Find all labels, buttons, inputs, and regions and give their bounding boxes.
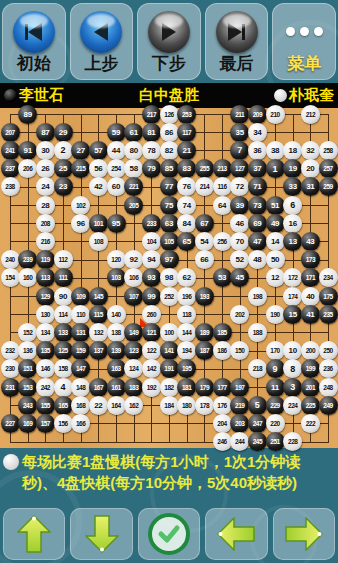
white-stone-126: 126 bbox=[160, 105, 179, 124]
white-stone-166: 166 bbox=[71, 414, 90, 433]
black-stone-105: 105 bbox=[160, 232, 179, 251]
white-stone-2: 2 bbox=[54, 141, 73, 160]
black-stone-33: 33 bbox=[283, 177, 302, 196]
black-stone-225: 225 bbox=[301, 396, 320, 415]
white-stone-168: 168 bbox=[71, 396, 90, 415]
white-stone-24: 24 bbox=[36, 177, 55, 196]
white-stone-18: 18 bbox=[283, 141, 302, 160]
variation-up-button[interactable] bbox=[3, 508, 65, 560]
white-stone-180: 180 bbox=[177, 396, 196, 415]
black-stone-149: 149 bbox=[124, 323, 143, 342]
white-stone-222: 222 bbox=[301, 414, 320, 433]
black-stone-175: 175 bbox=[319, 287, 338, 306]
white-stone-174: 174 bbox=[283, 287, 302, 306]
white-stone-22: 22 bbox=[89, 396, 108, 415]
go-board: 8921712625321120921021220787295961818611… bbox=[0, 108, 338, 448]
white-stone-20: 20 bbox=[301, 159, 320, 178]
white-stone-4: 4 bbox=[54, 378, 73, 397]
black-stone-231: 231 bbox=[1, 378, 20, 397]
white-stone-52: 52 bbox=[230, 250, 249, 269]
white-stone-64: 64 bbox=[213, 196, 232, 215]
next-move-label: 下步 bbox=[152, 55, 186, 73]
black-stone-237: 237 bbox=[1, 159, 20, 178]
black-stone-241: 241 bbox=[1, 141, 20, 160]
white-stone-12: 12 bbox=[266, 268, 285, 287]
arrow-left-icon bbox=[217, 517, 255, 551]
white-stone-118: 118 bbox=[177, 305, 196, 324]
white-stone-256: 256 bbox=[213, 232, 232, 251]
white-stone-182: 182 bbox=[160, 378, 179, 397]
go-to-start-label: 初始 bbox=[17, 55, 51, 73]
white-stone-92: 92 bbox=[124, 250, 143, 269]
black-stone-13: 13 bbox=[283, 232, 302, 251]
black-stone-187: 187 bbox=[195, 341, 214, 360]
step-right-button[interactable] bbox=[273, 508, 335, 560]
white-stone-140: 140 bbox=[107, 305, 126, 324]
black-stone-41: 41 bbox=[301, 305, 320, 324]
black-stone-185: 185 bbox=[213, 323, 232, 342]
black-stone-169: 169 bbox=[18, 414, 37, 433]
white-stone-84: 84 bbox=[177, 214, 196, 233]
black-stone-129: 129 bbox=[36, 287, 55, 306]
skip-forward-icon bbox=[216, 11, 258, 53]
white-stone-96: 96 bbox=[71, 214, 90, 233]
game-result: 白中盘胜 bbox=[139, 86, 199, 105]
white-stone-238: 238 bbox=[1, 177, 20, 196]
white-stone-202: 202 bbox=[230, 305, 249, 324]
white-stone-112: 112 bbox=[54, 250, 73, 269]
white-stone-34: 34 bbox=[248, 123, 267, 142]
white-player-name: 朴珉奎 bbox=[289, 86, 334, 105]
white-stone-152: 152 bbox=[18, 323, 37, 342]
white-stone-58: 58 bbox=[124, 159, 143, 178]
white-stone-icon bbox=[274, 89, 287, 102]
black-stone-199: 199 bbox=[301, 359, 320, 378]
white-stone-156: 156 bbox=[54, 414, 73, 433]
white-stone-80: 80 bbox=[124, 141, 143, 160]
black-stone-117: 117 bbox=[177, 123, 196, 142]
black-stone-191: 191 bbox=[160, 359, 179, 378]
black-stone-95: 95 bbox=[107, 214, 126, 233]
white-stone-36: 36 bbox=[248, 141, 267, 160]
black-stone-121: 121 bbox=[142, 323, 161, 342]
black-stone-177: 177 bbox=[213, 378, 232, 397]
white-stone-74: 74 bbox=[177, 196, 196, 215]
black-stone-209: 209 bbox=[248, 105, 267, 124]
black-stone-147: 147 bbox=[71, 359, 90, 378]
black-stone-229: 229 bbox=[266, 396, 285, 415]
black-stone-173: 173 bbox=[301, 250, 320, 269]
black-stone-159: 159 bbox=[71, 341, 90, 360]
variation-down-button[interactable] bbox=[70, 508, 132, 560]
black-stone-83: 83 bbox=[177, 159, 196, 178]
black-stone-211: 211 bbox=[230, 105, 249, 124]
white-stone-102: 102 bbox=[71, 196, 90, 215]
black-stone-259: 259 bbox=[319, 177, 338, 196]
black-stone-249: 249 bbox=[319, 396, 338, 415]
menu-dots-icon bbox=[286, 11, 323, 53]
white-stone-214: 214 bbox=[195, 177, 214, 196]
white-stone-188: 188 bbox=[248, 323, 267, 342]
white-stone-260: 260 bbox=[142, 305, 161, 324]
black-stone-77: 77 bbox=[160, 177, 179, 196]
white-stone-146: 146 bbox=[36, 359, 55, 378]
black-stone-63: 63 bbox=[160, 214, 179, 233]
previous-move-label: 上步 bbox=[84, 55, 118, 73]
white-stone-172: 172 bbox=[283, 268, 302, 287]
black-stone-161: 161 bbox=[107, 378, 126, 397]
black-stone-85: 85 bbox=[160, 159, 179, 178]
white-stone-232: 232 bbox=[1, 341, 20, 360]
black-stone-21: 21 bbox=[177, 141, 196, 160]
black-stone-255: 255 bbox=[195, 159, 214, 178]
white-player: 朴珉奎 bbox=[274, 86, 334, 105]
black-stone-139: 139 bbox=[107, 341, 126, 360]
black-stone-111: 111 bbox=[54, 268, 73, 287]
white-stone-210: 210 bbox=[266, 105, 285, 124]
black-stone-19: 19 bbox=[283, 159, 302, 178]
navigation-toolbar bbox=[0, 505, 338, 563]
black-stone-5: 5 bbox=[248, 396, 267, 415]
black-stone-189: 189 bbox=[195, 323, 214, 342]
black-stone-45: 45 bbox=[230, 268, 249, 287]
previous-move-button[interactable]: 上步 bbox=[70, 3, 134, 80]
white-stone-138: 138 bbox=[107, 323, 126, 342]
black-stone-3: 3 bbox=[283, 378, 302, 397]
white-stone-242: 242 bbox=[36, 378, 55, 397]
black-stone-9: 9 bbox=[266, 359, 285, 378]
white-stone-132: 132 bbox=[89, 323, 108, 342]
white-stone-bullet-icon bbox=[3, 454, 19, 470]
black-stone-47: 47 bbox=[248, 232, 267, 251]
black-stone-207: 207 bbox=[1, 123, 20, 142]
arrow-right-icon bbox=[285, 517, 323, 551]
black-stone-145: 145 bbox=[89, 287, 108, 306]
white-stone-108: 108 bbox=[89, 232, 108, 251]
white-stone-178: 178 bbox=[195, 396, 214, 415]
black-stone-239: 239 bbox=[18, 250, 37, 269]
white-stone-162: 162 bbox=[124, 396, 143, 415]
white-stone-104: 104 bbox=[142, 232, 161, 251]
go-game-viewer: 初始 上步 下步 最后 菜单 bbox=[0, 0, 338, 563]
step-left-button[interactable] bbox=[205, 508, 267, 560]
white-stone-224: 224 bbox=[283, 396, 302, 415]
black-stone-135: 135 bbox=[36, 341, 55, 360]
black-stone-67: 67 bbox=[195, 214, 214, 233]
black-stone-197: 197 bbox=[230, 378, 249, 397]
white-stone-190: 190 bbox=[266, 305, 285, 324]
black-stone-23: 23 bbox=[54, 177, 73, 196]
black-stone-233: 233 bbox=[142, 214, 161, 233]
white-stone-98: 98 bbox=[160, 268, 179, 287]
black-stone-103: 103 bbox=[107, 268, 126, 287]
menu-button[interactable]: 菜单 bbox=[272, 3, 336, 80]
white-stone-76: 76 bbox=[177, 177, 196, 196]
black-stone-155: 155 bbox=[36, 396, 55, 415]
black-stone-27: 27 bbox=[71, 141, 90, 160]
black-stone-25: 25 bbox=[54, 159, 73, 178]
black-stone-79: 79 bbox=[142, 159, 161, 178]
white-stone-240: 240 bbox=[1, 250, 20, 269]
black-stone-195: 195 bbox=[177, 359, 196, 378]
white-stone-134: 134 bbox=[36, 323, 55, 342]
black-stone-193: 193 bbox=[195, 287, 214, 306]
white-stone-170: 170 bbox=[266, 341, 285, 360]
white-stone-48: 48 bbox=[248, 250, 267, 269]
black-stone-51: 51 bbox=[266, 196, 285, 215]
black-stone-219: 219 bbox=[230, 396, 249, 415]
white-stone-30: 30 bbox=[36, 141, 55, 160]
white-stone-6: 6 bbox=[283, 196, 302, 215]
black-stone-37: 37 bbox=[248, 159, 267, 178]
white-stone-136: 136 bbox=[18, 341, 37, 360]
black-player: 李世石 bbox=[4, 86, 64, 105]
white-stone-142: 142 bbox=[142, 359, 161, 378]
step-back-icon bbox=[80, 11, 122, 53]
black-stone-203: 203 bbox=[230, 414, 249, 433]
white-stone-46: 46 bbox=[230, 214, 249, 233]
white-stone-236: 236 bbox=[319, 359, 338, 378]
black-stone-65: 65 bbox=[177, 232, 196, 251]
skip-back-icon bbox=[13, 11, 55, 53]
white-stone-26: 26 bbox=[36, 159, 55, 178]
white-stone-218: 218 bbox=[248, 359, 267, 378]
black-stone-29: 29 bbox=[54, 123, 73, 142]
black-stone-35: 35 bbox=[230, 123, 249, 142]
black-stone-57: 57 bbox=[89, 141, 108, 160]
black-stone-157: 157 bbox=[36, 414, 55, 433]
black-stone-73: 73 bbox=[248, 196, 267, 215]
playback-toolbar: 初始 上步 下步 最后 菜单 bbox=[0, 0, 338, 83]
go-to-end-button[interactable]: 最后 bbox=[205, 3, 269, 80]
black-stone-235: 235 bbox=[319, 305, 338, 324]
white-stone-70: 70 bbox=[230, 232, 249, 251]
white-stone-90: 90 bbox=[54, 287, 73, 306]
confirm-check-icon bbox=[148, 513, 190, 555]
white-stone-28: 28 bbox=[36, 196, 55, 215]
black-stone-217: 217 bbox=[142, 105, 161, 124]
arrow-down-icon bbox=[85, 515, 119, 553]
black-stone-53: 53 bbox=[213, 268, 232, 287]
black-stone-243: 243 bbox=[18, 396, 37, 415]
white-stone-198: 198 bbox=[248, 287, 267, 306]
black-stone-247: 247 bbox=[248, 414, 267, 433]
step-forward-icon bbox=[148, 11, 190, 53]
confirm-button[interactable] bbox=[138, 508, 200, 560]
white-stone-114: 114 bbox=[54, 305, 73, 324]
white-stone-204: 204 bbox=[213, 414, 232, 433]
black-stone-115: 115 bbox=[89, 305, 108, 324]
white-stone-254: 254 bbox=[107, 159, 126, 178]
black-stone-109: 109 bbox=[71, 287, 90, 306]
black-stone-253: 253 bbox=[177, 105, 196, 124]
white-stone-196: 196 bbox=[177, 287, 196, 306]
white-stone-186: 186 bbox=[213, 341, 232, 360]
white-stone-50: 50 bbox=[266, 250, 285, 269]
white-stone-14: 14 bbox=[266, 232, 285, 251]
black-stone-91: 91 bbox=[18, 141, 37, 160]
go-to-end-label: 最后 bbox=[220, 55, 254, 73]
white-stone-252: 252 bbox=[160, 287, 179, 306]
white-stone-220: 220 bbox=[266, 414, 285, 433]
black-stone-31: 31 bbox=[301, 177, 320, 196]
white-stone-106: 106 bbox=[124, 268, 143, 287]
black-stone-227: 227 bbox=[1, 414, 20, 433]
white-stone-192: 192 bbox=[142, 378, 161, 397]
black-player-name: 李世石 bbox=[19, 86, 64, 105]
white-stone-184: 184 bbox=[160, 396, 179, 415]
white-stone-122: 122 bbox=[142, 341, 161, 360]
black-stone-123: 123 bbox=[124, 341, 143, 360]
black-stone-171: 171 bbox=[301, 268, 320, 287]
black-stone-1: 1 bbox=[266, 159, 285, 178]
white-stone-40: 40 bbox=[301, 287, 320, 306]
black-stone-151: 151 bbox=[18, 359, 37, 378]
black-stone-213: 213 bbox=[213, 159, 232, 178]
white-stone-56: 56 bbox=[89, 159, 108, 178]
white-stone-160: 160 bbox=[18, 268, 37, 287]
black-stone-113: 113 bbox=[36, 268, 55, 287]
white-stone-216: 216 bbox=[36, 232, 55, 251]
white-stone-110: 110 bbox=[71, 305, 90, 324]
black-stone-167: 167 bbox=[89, 378, 108, 397]
white-stone-206: 206 bbox=[18, 159, 37, 178]
black-stone-99: 99 bbox=[142, 287, 161, 306]
white-stone-250: 250 bbox=[319, 341, 338, 360]
black-stone-127: 127 bbox=[230, 159, 249, 178]
white-stone-124: 124 bbox=[124, 359, 143, 378]
black-stone-163: 163 bbox=[107, 359, 126, 378]
white-stone-144: 144 bbox=[177, 323, 196, 342]
black-stone-49: 49 bbox=[266, 214, 285, 233]
white-stone-60: 60 bbox=[107, 177, 126, 196]
black-stone-133: 133 bbox=[54, 323, 73, 342]
white-stone-8: 8 bbox=[283, 359, 302, 378]
black-stone-119: 119 bbox=[36, 250, 55, 269]
white-stone-150: 150 bbox=[230, 341, 249, 360]
black-stone-39: 39 bbox=[230, 196, 249, 215]
arrow-up-icon bbox=[17, 515, 51, 553]
next-move-button[interactable]: 下步 bbox=[137, 3, 201, 80]
black-stone-81: 81 bbox=[142, 123, 161, 142]
black-stone-183: 183 bbox=[124, 378, 143, 397]
white-stone-234: 234 bbox=[319, 268, 338, 287]
white-stone-82: 82 bbox=[160, 141, 179, 160]
white-stone-54: 54 bbox=[195, 232, 214, 251]
white-stone-72: 72 bbox=[230, 177, 249, 196]
white-stone-120: 120 bbox=[107, 250, 126, 269]
black-stone-125: 125 bbox=[54, 341, 73, 360]
white-stone-10: 10 bbox=[283, 341, 302, 360]
white-stone-194: 194 bbox=[177, 341, 196, 360]
black-stone-97: 97 bbox=[160, 250, 179, 269]
white-stone-148: 148 bbox=[71, 378, 90, 397]
black-stone-141: 141 bbox=[160, 341, 179, 360]
black-stone-257: 257 bbox=[319, 159, 338, 178]
white-stone-100: 100 bbox=[160, 323, 179, 342]
black-stone-131: 131 bbox=[71, 323, 90, 342]
white-stone-66: 66 bbox=[195, 250, 214, 269]
black-stone-93: 93 bbox=[142, 268, 161, 287]
white-stone-200: 200 bbox=[301, 341, 320, 360]
black-stone-59: 59 bbox=[107, 123, 126, 142]
white-stone-78: 78 bbox=[142, 141, 161, 160]
white-stone-212: 212 bbox=[301, 105, 320, 124]
white-stone-94: 94 bbox=[142, 250, 161, 269]
black-stone-205: 205 bbox=[124, 196, 143, 215]
black-stone-181: 181 bbox=[177, 378, 196, 397]
white-stone-164: 164 bbox=[107, 396, 126, 415]
black-stone-7: 7 bbox=[230, 141, 249, 160]
black-stone-11: 11 bbox=[266, 378, 285, 397]
black-stone-89: 89 bbox=[18, 105, 37, 124]
white-stone-130: 130 bbox=[36, 305, 55, 324]
white-stone-158: 158 bbox=[54, 359, 73, 378]
white-stone-230: 230 bbox=[1, 359, 20, 378]
black-stone-201: 201 bbox=[301, 378, 320, 397]
black-stone-165: 165 bbox=[54, 396, 73, 415]
event-rules-text: 每场比赛1盘慢棋(每方1小时，1次1分钟读秒)、4盘快棋(每方10分钟，5次40… bbox=[0, 448, 338, 505]
black-stone-101: 101 bbox=[89, 214, 108, 233]
black-stone-69: 69 bbox=[248, 214, 267, 233]
black-stone-87: 87 bbox=[36, 123, 55, 142]
white-stone-258: 258 bbox=[319, 141, 338, 160]
black-stone-215: 215 bbox=[71, 159, 90, 178]
white-stone-176: 176 bbox=[213, 396, 232, 415]
black-stone-icon bbox=[4, 89, 17, 102]
black-stone-43: 43 bbox=[301, 232, 320, 251]
white-stone-116: 116 bbox=[213, 177, 232, 196]
black-stone-221: 221 bbox=[124, 177, 143, 196]
black-stone-15: 15 bbox=[283, 305, 302, 324]
menu-label: 菜单 bbox=[287, 55, 321, 73]
white-stone-208: 208 bbox=[36, 214, 55, 233]
white-stone-154: 154 bbox=[1, 268, 20, 287]
black-stone-137: 137 bbox=[89, 341, 108, 360]
white-stone-16: 16 bbox=[283, 214, 302, 233]
white-stone-62: 62 bbox=[177, 268, 196, 287]
black-stone-75: 75 bbox=[160, 196, 179, 215]
white-stone-44: 44 bbox=[107, 141, 126, 160]
white-stone-86: 86 bbox=[160, 123, 179, 142]
white-stone-248: 248 bbox=[319, 378, 338, 397]
white-stone-32: 32 bbox=[301, 141, 320, 160]
black-stone-71: 71 bbox=[248, 177, 267, 196]
black-stone-179: 179 bbox=[195, 378, 214, 397]
go-to-start-button[interactable]: 初始 bbox=[2, 3, 66, 80]
black-stone-61: 61 bbox=[124, 123, 143, 142]
event-rules: 每场比赛1盘慢棋(每方1小时，1次1分钟读秒)、4盘快棋(每方10分钟，5次40… bbox=[22, 453, 300, 491]
black-stone-153: 153 bbox=[18, 378, 37, 397]
white-stone-38: 38 bbox=[266, 141, 285, 160]
black-stone-107: 107 bbox=[124, 287, 143, 306]
white-stone-42: 42 bbox=[89, 177, 108, 196]
